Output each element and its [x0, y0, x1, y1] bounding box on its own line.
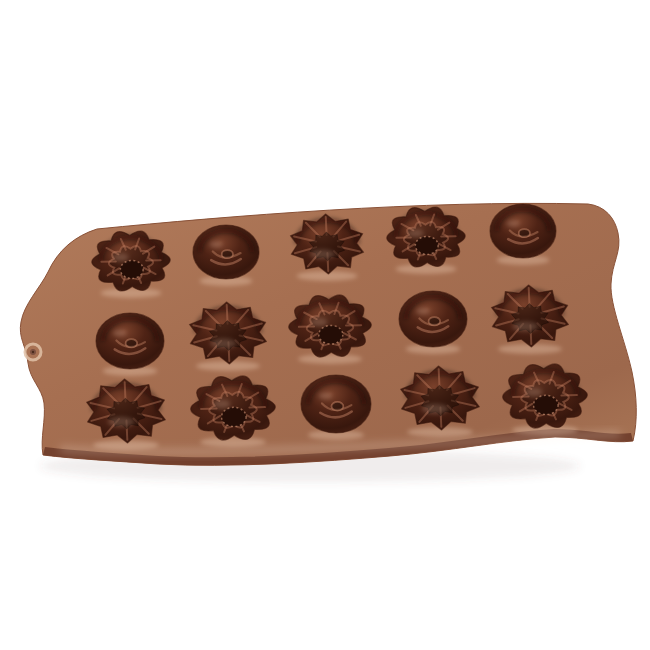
product-photo [0, 0, 650, 650]
chocolate-mold-photo [0, 0, 650, 650]
